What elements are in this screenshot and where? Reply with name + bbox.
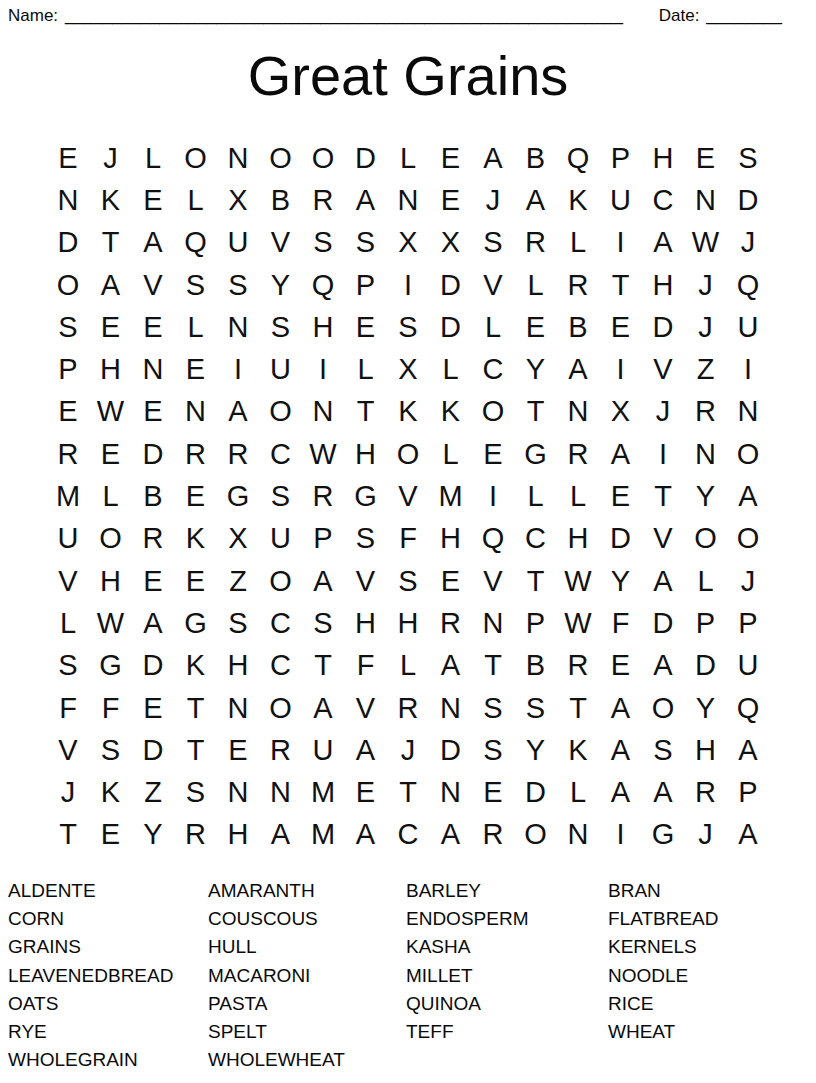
grid-cell-r9c12[interactable]: L	[514, 475, 557, 517]
grid-cell-r2c8[interactable]: A	[344, 179, 387, 221]
grid-cell-r7c15[interactable]: J	[642, 391, 685, 433]
grid-cell-r15c12[interactable]: Y	[514, 729, 557, 771]
grid-cell-r8c7[interactable]: W	[302, 433, 345, 475]
grid-cell-r17c14[interactable]: I	[599, 814, 642, 856]
grid-cell-r16c9[interactable]: T	[387, 771, 430, 813]
grid-cell-r13c8[interactable]: F	[344, 645, 387, 687]
grid-cell-r10c12[interactable]: C	[514, 518, 557, 560]
grid-cell-r17c17[interactable]: A	[727, 814, 770, 856]
grid-cell-r13c3[interactable]: D	[132, 645, 175, 687]
grid-cell-r11c5[interactable]: Z	[217, 560, 260, 602]
grid-cell-r10c13[interactable]: H	[557, 518, 600, 560]
grid-cell-r4c17[interactable]: Q	[727, 264, 770, 306]
grid-cell-r15c11[interactable]: S	[472, 729, 515, 771]
grid-cell-r5c13[interactable]: B	[557, 306, 600, 348]
grid-cell-r1c14[interactable]: P	[599, 137, 642, 179]
grid-cell-r11c14[interactable]: Y	[599, 560, 642, 602]
grid-cell-r7c17[interactable]: N	[727, 391, 770, 433]
grid-cell-r2c11[interactable]: J	[472, 179, 515, 221]
grid-cell-r7c2[interactable]: W	[89, 391, 132, 433]
grid-cell-r17c16[interactable]: J	[684, 814, 727, 856]
grid-cell-r15c8[interactable]: A	[344, 729, 387, 771]
grid-cell-r14c7[interactable]: A	[302, 687, 345, 729]
grid-cell-r6c13[interactable]: A	[557, 348, 600, 390]
grid-cell-r6c15[interactable]: V	[642, 348, 685, 390]
grid-cell-r5c5[interactable]: N	[217, 306, 260, 348]
grid-cell-r6c4[interactable]: E	[174, 348, 217, 390]
grid-cell-r17c3[interactable]: Y	[132, 814, 175, 856]
grid-cell-r15c10[interactable]: D	[429, 729, 472, 771]
grid-cell-r4c9[interactable]: I	[387, 264, 430, 306]
grid-cell-r1c4[interactable]: O	[174, 137, 217, 179]
grid-cell-r11c9[interactable]: S	[387, 560, 430, 602]
grid-cell-r10c7[interactable]: P	[302, 518, 345, 560]
grid-cell-r13c4[interactable]: K	[174, 645, 217, 687]
grid-cell-r17c2[interactable]: E	[89, 814, 132, 856]
grid-cell-r16c11[interactable]: E	[472, 771, 515, 813]
grid-cell-r12c8[interactable]: H	[344, 602, 387, 644]
grid-cell-r6c6[interactable]: U	[259, 348, 302, 390]
grid-cell-r8c3[interactable]: D	[132, 433, 175, 475]
grid-cell-r9c8[interactable]: G	[344, 475, 387, 517]
grid-cell-r5c11[interactable]: L	[472, 306, 515, 348]
grid-cell-r10c9[interactable]: F	[387, 518, 430, 560]
grid-cell-r7c5[interactable]: A	[217, 391, 260, 433]
grid-cell-r15c9[interactable]: J	[387, 729, 430, 771]
grid-cell-r16c17[interactable]: P	[727, 771, 770, 813]
grid-cell-r13c13[interactable]: R	[557, 645, 600, 687]
grid-cell-r10c17[interactable]: O	[727, 518, 770, 560]
grid-cell-r10c5[interactable]: X	[217, 518, 260, 560]
grid-cell-r4c6[interactable]: Y	[259, 264, 302, 306]
grid-cell-r12c6[interactable]: C	[259, 602, 302, 644]
grid-cell-r14c15[interactable]: O	[642, 687, 685, 729]
grid-cell-r3c15[interactable]: A	[642, 222, 685, 264]
grid-cell-r9c3[interactable]: B	[132, 475, 175, 517]
grid-cell-r13c10[interactable]: A	[429, 645, 472, 687]
grid-cell-r13c14[interactable]: E	[599, 645, 642, 687]
grid-cell-r4c2[interactable]: A	[89, 264, 132, 306]
grid-cell-r4c10[interactable]: D	[429, 264, 472, 306]
grid-cell-r5c1[interactable]: S	[47, 306, 90, 348]
grid-cell-r4c11[interactable]: V	[472, 264, 515, 306]
grid-cell-r5c16[interactable]: J	[684, 306, 727, 348]
grid-cell-r17c11[interactable]: R	[472, 814, 515, 856]
grid-cell-r6c14[interactable]: I	[599, 348, 642, 390]
grid-cell-r5c14[interactable]: E	[599, 306, 642, 348]
grid-cell-r9c16[interactable]: Y	[684, 475, 727, 517]
grid-cell-r12c7[interactable]: S	[302, 602, 345, 644]
grid-cell-r3c17[interactable]: J	[727, 222, 770, 264]
grid-cell-r16c12[interactable]: D	[514, 771, 557, 813]
grid-cell-r14c1[interactable]: F	[47, 687, 90, 729]
grid-cell-r12c15[interactable]: D	[642, 602, 685, 644]
grid-cell-r5c15[interactable]: D	[642, 306, 685, 348]
grid-cell-r4c12[interactable]: L	[514, 264, 557, 306]
grid-cell-r5c8[interactable]: E	[344, 306, 387, 348]
grid-cell-r15c13[interactable]: K	[557, 729, 600, 771]
grid-cell-r15c6[interactable]: R	[259, 729, 302, 771]
grid-cell-r3c2[interactable]: T	[89, 222, 132, 264]
grid-cell-r11c4[interactable]: E	[174, 560, 217, 602]
word-list-item: KERNELS	[608, 933, 816, 961]
grid-cell-r17c10[interactable]: A	[429, 814, 472, 856]
grid-cell-r9c13[interactable]: L	[557, 475, 600, 517]
grid-cell-r1c7[interactable]: O	[302, 137, 345, 179]
grid-cell-r3c5[interactable]: U	[217, 222, 260, 264]
grid-cell-r10c6[interactable]: U	[259, 518, 302, 560]
grid-cell-r7c14[interactable]: X	[599, 391, 642, 433]
grid-cell-r11c12[interactable]: T	[514, 560, 557, 602]
grid-cell-r8c10[interactable]: L	[429, 433, 472, 475]
grid-cell-r5c10[interactable]: D	[429, 306, 472, 348]
grid-cell-r6c9[interactable]: X	[387, 348, 430, 390]
grid-cell-r16c15[interactable]: A	[642, 771, 685, 813]
grid-cell-r6c3[interactable]: N	[132, 348, 175, 390]
grid-cell-r15c3[interactable]: D	[132, 729, 175, 771]
grid-cell-r10c1[interactable]: U	[47, 518, 90, 560]
grid-cell-r7c10[interactable]: K	[429, 391, 472, 433]
grid-cell-r8c8[interactable]: H	[344, 433, 387, 475]
grid-cell-r3c16[interactable]: W	[684, 222, 727, 264]
grid-cell-r3c6[interactable]: V	[259, 222, 302, 264]
grid-cell-r10c14[interactable]: D	[599, 518, 642, 560]
grid-cell-r2c14[interactable]: U	[599, 179, 642, 221]
grid-cell-r6c8[interactable]: L	[344, 348, 387, 390]
grid-cell-r4c4[interactable]: S	[174, 264, 217, 306]
grid-cell-r11c11[interactable]: V	[472, 560, 515, 602]
grid-cell-r4c1[interactable]: O	[47, 264, 90, 306]
grid-cell-r11c6[interactable]: O	[259, 560, 302, 602]
grid-cell-r13c17[interactable]: U	[727, 645, 770, 687]
grid-cell-r1c15[interactable]: H	[642, 137, 685, 179]
grid-cell-r2c13[interactable]: K	[557, 179, 600, 221]
grid-cell-r14c14[interactable]: A	[599, 687, 642, 729]
grid-cell-r11c1[interactable]: V	[47, 560, 90, 602]
grid-cell-r11c17[interactable]: J	[727, 560, 770, 602]
grid-cell-r2c3[interactable]: E	[132, 179, 175, 221]
grid-cell-r8c13[interactable]: R	[557, 433, 600, 475]
grid-cell-r12c11[interactable]: N	[472, 602, 515, 644]
grid-cell-r13c11[interactable]: T	[472, 645, 515, 687]
grid-cell-r1c13[interactable]: Q	[557, 137, 600, 179]
grid-cell-r13c16[interactable]: D	[684, 645, 727, 687]
grid-cell-r13c7[interactable]: T	[302, 645, 345, 687]
grid-cell-r9c11[interactable]: I	[472, 475, 515, 517]
grid-cell-r1c2[interactable]: J	[89, 137, 132, 179]
grid-cell-r5c9[interactable]: S	[387, 306, 430, 348]
word-list-column-3: BARLEYENDOSPERMKASHAMILLETQUINOATEFF	[406, 877, 608, 1046]
grid-cell-r8c4[interactable]: R	[174, 433, 217, 475]
grid-cell-r2c15[interactable]: C	[642, 179, 685, 221]
grid-cell-r4c15[interactable]: H	[642, 264, 685, 306]
grid-cell-r3c7[interactable]: S	[302, 222, 345, 264]
grid-cell-r14c5[interactable]: N	[217, 687, 260, 729]
grid-cell-r12c1[interactable]: L	[47, 602, 90, 644]
grid-cell-r3c3[interactable]: A	[132, 222, 175, 264]
grid-cell-r16c1[interactable]: J	[47, 771, 90, 813]
grid-cell-r10c10[interactable]: H	[429, 518, 472, 560]
grid-cell-r7c16[interactable]: R	[684, 391, 727, 433]
grid-cell-r10c4[interactable]: K	[174, 518, 217, 560]
grid-cell-r15c16[interactable]: H	[684, 729, 727, 771]
grid-cell-r9c14[interactable]: E	[599, 475, 642, 517]
grid-cell-r14c17[interactable]: Q	[727, 687, 770, 729]
grid-cell-r14c16[interactable]: Y	[684, 687, 727, 729]
grid-cell-r14c2[interactable]: F	[89, 687, 132, 729]
word-list-item: LEAVENEDBREAD	[8, 962, 208, 990]
word-list-item: FLATBREAD	[608, 905, 816, 933]
grid-cell-r4c14[interactable]: T	[599, 264, 642, 306]
grid-cell-r6c2[interactable]: H	[89, 348, 132, 390]
grid-cell-r13c1[interactable]: S	[47, 645, 90, 687]
grid-cell-r8c6[interactable]: C	[259, 433, 302, 475]
grid-cell-r9c9[interactable]: V	[387, 475, 430, 517]
word-list-item: COUSCOUS	[208, 905, 406, 933]
grid-cell-r15c5[interactable]: E	[217, 729, 260, 771]
grid-cell-r12c12[interactable]: P	[514, 602, 557, 644]
grid-cell-r16c7[interactable]: M	[302, 771, 345, 813]
grid-cell-r16c4[interactable]: S	[174, 771, 217, 813]
grid-cell-r2c1[interactable]: N	[47, 179, 90, 221]
grid-cell-r5c4[interactable]: L	[174, 306, 217, 348]
grid-cell-r13c12[interactable]: B	[514, 645, 557, 687]
grid-cell-r12c9[interactable]: H	[387, 602, 430, 644]
grid-cell-r4c5[interactable]: S	[217, 264, 260, 306]
grid-cell-r14c8[interactable]: V	[344, 687, 387, 729]
grid-cell-r8c9[interactable]: O	[387, 433, 430, 475]
grid-cell-r5c3[interactable]: E	[132, 306, 175, 348]
grid-cell-r11c3[interactable]: E	[132, 560, 175, 602]
grid-cell-r11c13[interactable]: W	[557, 560, 600, 602]
grid-cell-r13c15[interactable]: A	[642, 645, 685, 687]
grid-cell-r11c16[interactable]: L	[684, 560, 727, 602]
grid-cell-r2c6[interactable]: B	[259, 179, 302, 221]
grid-cell-r9c5[interactable]: G	[217, 475, 260, 517]
grid-cell-r10c8[interactable]: S	[344, 518, 387, 560]
grid-cell-r3c1[interactable]: D	[47, 222, 90, 264]
grid-cell-r15c17[interactable]: A	[727, 729, 770, 771]
grid-cell-r1c5[interactable]: N	[217, 137, 260, 179]
grid-cell-r16c14[interactable]: A	[599, 771, 642, 813]
grid-cell-r12c13[interactable]: W	[557, 602, 600, 644]
grid-cell-r1c17[interactable]: S	[727, 137, 770, 179]
grid-cell-r10c16[interactable]: O	[684, 518, 727, 560]
grid-cell-r2c12[interactable]: A	[514, 179, 557, 221]
grid-cell-r3c8[interactable]: S	[344, 222, 387, 264]
grid-cell-r9c10[interactable]: M	[429, 475, 472, 517]
grid-cell-r14c3[interactable]: E	[132, 687, 175, 729]
grid-cell-r1c10[interactable]: E	[429, 137, 472, 179]
grid-cell-r8c5[interactable]: R	[217, 433, 260, 475]
word-list-item: OATS	[8, 990, 208, 1018]
grid-cell-r2c10[interactable]: E	[429, 179, 472, 221]
grid-cell-r1c3[interactable]: L	[132, 137, 175, 179]
grid-cell-r11c15[interactable]: A	[642, 560, 685, 602]
grid-cell-r8c16[interactable]: N	[684, 433, 727, 475]
grid-cell-r11c10[interactable]: E	[429, 560, 472, 602]
grid-cell-r16c2[interactable]: K	[89, 771, 132, 813]
grid-cell-r6c1[interactable]: P	[47, 348, 90, 390]
grid-cell-r10c2[interactable]: O	[89, 518, 132, 560]
grid-cell-r9c4[interactable]: E	[174, 475, 217, 517]
grid-cell-r3c11[interactable]: S	[472, 222, 515, 264]
grid-cell-r15c15[interactable]: S	[642, 729, 685, 771]
grid-cell-r6c17[interactable]: I	[727, 348, 770, 390]
grid-cell-r8c2[interactable]: E	[89, 433, 132, 475]
grid-cell-r2c7[interactable]: R	[302, 179, 345, 221]
grid-cell-r6c11[interactable]: C	[472, 348, 515, 390]
grid-cell-r3c14[interactable]: I	[599, 222, 642, 264]
grid-cell-r17c9[interactable]: C	[387, 814, 430, 856]
grid-cell-r8c12[interactable]: G	[514, 433, 557, 475]
grid-cell-r2c5[interactable]: X	[217, 179, 260, 221]
grid-cell-r7c1[interactable]: E	[47, 391, 90, 433]
grid-cell-r3c4[interactable]: Q	[174, 222, 217, 264]
grid-cell-r16c6[interactable]: N	[259, 771, 302, 813]
word-list-item: MILLET	[406, 962, 608, 990]
grid-cell-r12c2[interactable]: W	[89, 602, 132, 644]
grid-cell-r3c12[interactable]: R	[514, 222, 557, 264]
grid-cell-r15c1[interactable]: V	[47, 729, 90, 771]
grid-cell-r17c1[interactable]: T	[47, 814, 90, 856]
grid-cell-r2c16[interactable]: N	[684, 179, 727, 221]
name-label: Name:	[8, 6, 58, 26]
grid-cell-r15c2[interactable]: S	[89, 729, 132, 771]
grid-cell-r15c7[interactable]: U	[302, 729, 345, 771]
word-list-item: NOODLE	[608, 962, 816, 990]
grid-cell-r16c13[interactable]: L	[557, 771, 600, 813]
grid-cell-r1c16[interactable]: E	[684, 137, 727, 179]
grid-cell-r7c8[interactable]: T	[344, 391, 387, 433]
grid-cell-r17c13[interactable]: N	[557, 814, 600, 856]
grid-cell-r15c4[interactable]: T	[174, 729, 217, 771]
grid-cell-r4c13[interactable]: R	[557, 264, 600, 306]
grid-cell-r4c16[interactable]: J	[684, 264, 727, 306]
grid-cell-r1c12[interactable]: B	[514, 137, 557, 179]
grid-cell-r17c12[interactable]: O	[514, 814, 557, 856]
grid-cell-r12c10[interactable]: R	[429, 602, 472, 644]
grid-cell-r11c7[interactable]: A	[302, 560, 345, 602]
grid-cell-r8c17[interactable]: O	[727, 433, 770, 475]
grid-cell-r7c13[interactable]: N	[557, 391, 600, 433]
grid-cell-r10c11[interactable]: Q	[472, 518, 515, 560]
grid-cell-r10c15[interactable]: V	[642, 518, 685, 560]
grid-cell-r14c12[interactable]: S	[514, 687, 557, 729]
grid-cell-r12c3[interactable]: A	[132, 602, 175, 644]
grid-cell-r6c10[interactable]: L	[429, 348, 472, 390]
grid-cell-r16c3[interactable]: Z	[132, 771, 175, 813]
grid-cell-r17c6[interactable]: A	[259, 814, 302, 856]
grid-cell-r2c4[interactable]: L	[174, 179, 217, 221]
grid-cell-r2c2[interactable]: K	[89, 179, 132, 221]
grid-cell-r11c8[interactable]: V	[344, 560, 387, 602]
grid-cell-r8c1[interactable]: R	[47, 433, 90, 475]
grid-cell-r12c4[interactable]: G	[174, 602, 217, 644]
grid-cell-r7c3[interactable]: E	[132, 391, 175, 433]
grid-cell-r4c7[interactable]: Q	[302, 264, 345, 306]
grid-cell-r16c8[interactable]: E	[344, 771, 387, 813]
grid-cell-r9c1[interactable]: M	[47, 475, 90, 517]
grid-cell-r2c17[interactable]: D	[727, 179, 770, 221]
grid-cell-r5c17[interactable]: U	[727, 306, 770, 348]
grid-cell-r6c12[interactable]: Y	[514, 348, 557, 390]
grid-cell-r1c1[interactable]: E	[47, 137, 90, 179]
grid-cell-r7c6[interactable]: O	[259, 391, 302, 433]
grid-cell-r17c4[interactable]: R	[174, 814, 217, 856]
grid-cell-r8c11[interactable]: E	[472, 433, 515, 475]
grid-cell-r6c5[interactable]: I	[217, 348, 260, 390]
grid-cell-r14c4[interactable]: T	[174, 687, 217, 729]
grid-cell-r9c2[interactable]: L	[89, 475, 132, 517]
grid-cell-r1c11[interactable]: A	[472, 137, 515, 179]
grid-cell-r11c2[interactable]: H	[89, 560, 132, 602]
grid-cell-r13c2[interactable]: G	[89, 645, 132, 687]
grid-cell-r3c9[interactable]: X	[387, 222, 430, 264]
grid-cell-r5c7[interactable]: H	[302, 306, 345, 348]
grid-cell-r7c12[interactable]: T	[514, 391, 557, 433]
grid-cell-r9c7[interactable]: R	[302, 475, 345, 517]
grid-cell-r3c10[interactable]: X	[429, 222, 472, 264]
grid-cell-r17c7[interactable]: M	[302, 814, 345, 856]
name-blank-line: ________________________________________…	[65, 6, 623, 26]
grid-cell-r12c14[interactable]: F	[599, 602, 642, 644]
grid-cell-r12c16[interactable]: P	[684, 602, 727, 644]
grid-cell-r9c17[interactable]: A	[727, 475, 770, 517]
grid-cell-r13c9[interactable]: L	[387, 645, 430, 687]
grid-cell-r3c13[interactable]: L	[557, 222, 600, 264]
grid-cell-r7c11[interactable]: O	[472, 391, 515, 433]
grid-cell-r14c9[interactable]: R	[387, 687, 430, 729]
grid-cell-r8c14[interactable]: A	[599, 433, 642, 475]
worksheet-header: Name: __________________________________…	[0, 0, 816, 26]
grid-cell-r4c3[interactable]: V	[132, 264, 175, 306]
grid-cell-r16c10[interactable]: N	[429, 771, 472, 813]
grid-cell-r10c3[interactable]: R	[132, 518, 175, 560]
grid-cell-r12c5[interactable]: S	[217, 602, 260, 644]
grid-cell-r5c2[interactable]: E	[89, 306, 132, 348]
grid-cell-r1c8[interactable]: D	[344, 137, 387, 179]
grid-cell-r13c6[interactable]: C	[259, 645, 302, 687]
grid-cell-r2c9[interactable]: N	[387, 179, 430, 221]
grid-cell-r7c9[interactable]: K	[387, 391, 430, 433]
grid-cell-r12c17[interactable]: P	[727, 602, 770, 644]
grid-cell-r14c11[interactable]: S	[472, 687, 515, 729]
grid-cell-r5c12[interactable]: E	[514, 306, 557, 348]
grid-cell-r6c7[interactable]: I	[302, 348, 345, 390]
grid-cell-r1c6[interactable]: O	[259, 137, 302, 179]
grid-cell-r17c15[interactable]: G	[642, 814, 685, 856]
grid-cell-r1c9[interactable]: L	[387, 137, 430, 179]
grid-cell-r17c5[interactable]: H	[217, 814, 260, 856]
grid-cell-r15c14[interactable]: A	[599, 729, 642, 771]
grid-cell-r16c16[interactable]: R	[684, 771, 727, 813]
grid-cell-r17c8[interactable]: A	[344, 814, 387, 856]
grid-cell-r8c15[interactable]: I	[642, 433, 685, 475]
grid-cell-r9c15[interactable]: T	[642, 475, 685, 517]
grid-cell-r14c6[interactable]: O	[259, 687, 302, 729]
grid-cell-r7c7[interactable]: N	[302, 391, 345, 433]
grid-cell-r5c6[interactable]: S	[259, 306, 302, 348]
grid-cell-r14c13[interactable]: T	[557, 687, 600, 729]
grid-cell-r6c16[interactable]: Z	[684, 348, 727, 390]
grid-cell-r4c8[interactable]: P	[344, 264, 387, 306]
grid-cell-r13c5[interactable]: H	[217, 645, 260, 687]
grid-cell-r7c4[interactable]: N	[174, 391, 217, 433]
grid-cell-r14c10[interactable]: N	[429, 687, 472, 729]
grid-cell-r9c6[interactable]: S	[259, 475, 302, 517]
grid-cell-r16c5[interactable]: N	[217, 771, 260, 813]
